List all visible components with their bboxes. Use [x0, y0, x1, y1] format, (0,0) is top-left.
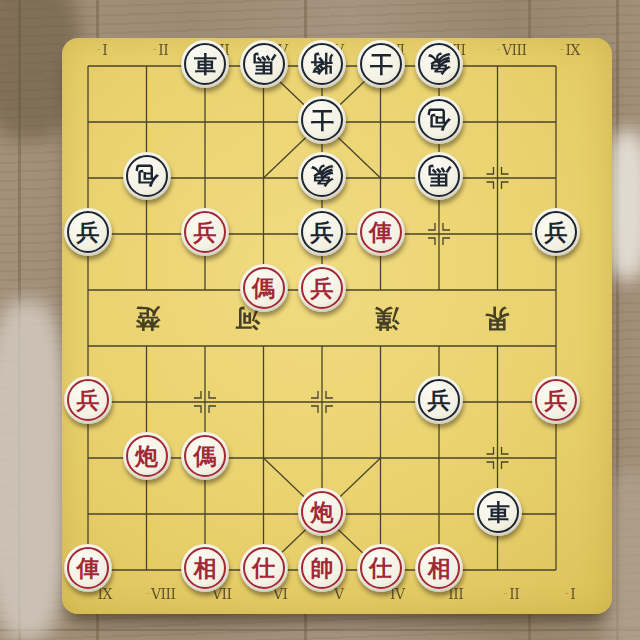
piece-character: 馬 [240, 40, 288, 88]
piece-red-chariot[interactable]: 俥 [357, 208, 405, 256]
board[interactable]: 楚河漢界··I··II··III··IV··V··VI··VII··VIII··… [62, 38, 612, 614]
piece-black-chariot[interactable]: 車 [181, 40, 229, 88]
piece-character: 包 [123, 152, 171, 200]
piece-character: 傌 [181, 432, 229, 480]
piece-red-cannon[interactable]: 炮 [123, 432, 171, 480]
piece-red-advisor[interactable]: 仕 [240, 544, 288, 592]
piece-red-elephant[interactable]: 相 [415, 544, 463, 592]
piece-character: 象 [298, 152, 346, 200]
piece-character: 相 [415, 544, 463, 592]
river-text-char: 漢 [375, 302, 400, 335]
file-label-bottom: ··II [504, 586, 520, 605]
piece-character: 士 [298, 96, 346, 144]
piece-black-elephant[interactable]: 象 [298, 152, 346, 200]
piece-character: 車 [181, 40, 229, 88]
piece-red-soldier[interactable]: 兵 [181, 208, 229, 256]
piece-character: 傌 [240, 264, 288, 312]
piece-red-horse[interactable]: 傌 [181, 432, 229, 480]
piece-character: 兵 [181, 208, 229, 256]
piece-red-soldier[interactable]: 兵 [532, 376, 580, 424]
piece-character: 兵 [532, 376, 580, 424]
piece-character: 仕 [357, 544, 405, 592]
piece-character: 兵 [64, 208, 112, 256]
piece-character: 俥 [64, 544, 112, 592]
piece-character: 炮 [298, 488, 346, 536]
piece-character: 兵 [64, 376, 112, 424]
piece-red-chariot[interactable]: 俥 [64, 544, 112, 592]
piece-character: 炮 [123, 432, 171, 480]
floor-plank-joint [0, 629, 640, 631]
piece-black-soldier[interactable]: 兵 [415, 376, 463, 424]
piece-character: 車 [474, 488, 522, 536]
piece-red-horse[interactable]: 傌 [240, 264, 288, 312]
piece-character: 相 [181, 544, 229, 592]
piece-character: 馬 [415, 152, 463, 200]
piece-black-chariot[interactable]: 車 [474, 488, 522, 536]
piece-black-soldier[interactable]: 兵 [298, 208, 346, 256]
piece-character: 士 [357, 40, 405, 88]
piece-black-horse[interactable]: 馬 [240, 40, 288, 88]
file-label-bottom: ··VIII [145, 586, 175, 605]
file-label-top: ··VIII [496, 42, 526, 61]
piece-character: 帥 [298, 544, 346, 592]
piece-black-cannon[interactable]: 包 [123, 152, 171, 200]
file-label-bottom: ··I [565, 586, 575, 605]
piece-character: 兵 [415, 376, 463, 424]
file-label-top: ··IX [560, 42, 580, 61]
piece-character: 仕 [240, 544, 288, 592]
piece-black-horse[interactable]: 馬 [415, 152, 463, 200]
river-text-char: 界 [485, 302, 510, 335]
piece-black-advisor[interactable]: 士 [298, 96, 346, 144]
file-label-top: ··I [97, 42, 107, 61]
piece-red-soldier[interactable]: 兵 [298, 264, 346, 312]
piece-character: 兵 [532, 208, 580, 256]
river-text-char: 楚 [136, 302, 161, 335]
piece-red-advisor[interactable]: 仕 [357, 544, 405, 592]
piece-character: 兵 [298, 208, 346, 256]
piece-red-cannon[interactable]: 炮 [298, 488, 346, 536]
piece-character: 象 [415, 40, 463, 88]
file-label-top: ··II [153, 42, 169, 61]
piece-character: 俥 [357, 208, 405, 256]
piece-black-soldier[interactable]: 兵 [64, 208, 112, 256]
piece-black-soldier[interactable]: 兵 [532, 208, 580, 256]
piece-character: 兵 [298, 264, 346, 312]
piece-red-soldier[interactable]: 兵 [64, 376, 112, 424]
piece-black-advisor[interactable]: 士 [357, 40, 405, 88]
piece-black-elephant[interactable]: 象 [415, 40, 463, 88]
piece-character: 包 [415, 96, 463, 144]
piece-red-general[interactable]: 帥 [298, 544, 346, 592]
piece-black-general[interactable]: 將 [298, 40, 346, 88]
piece-character: 將 [298, 40, 346, 88]
piece-red-elephant[interactable]: 相 [181, 544, 229, 592]
piece-black-cannon[interactable]: 包 [415, 96, 463, 144]
